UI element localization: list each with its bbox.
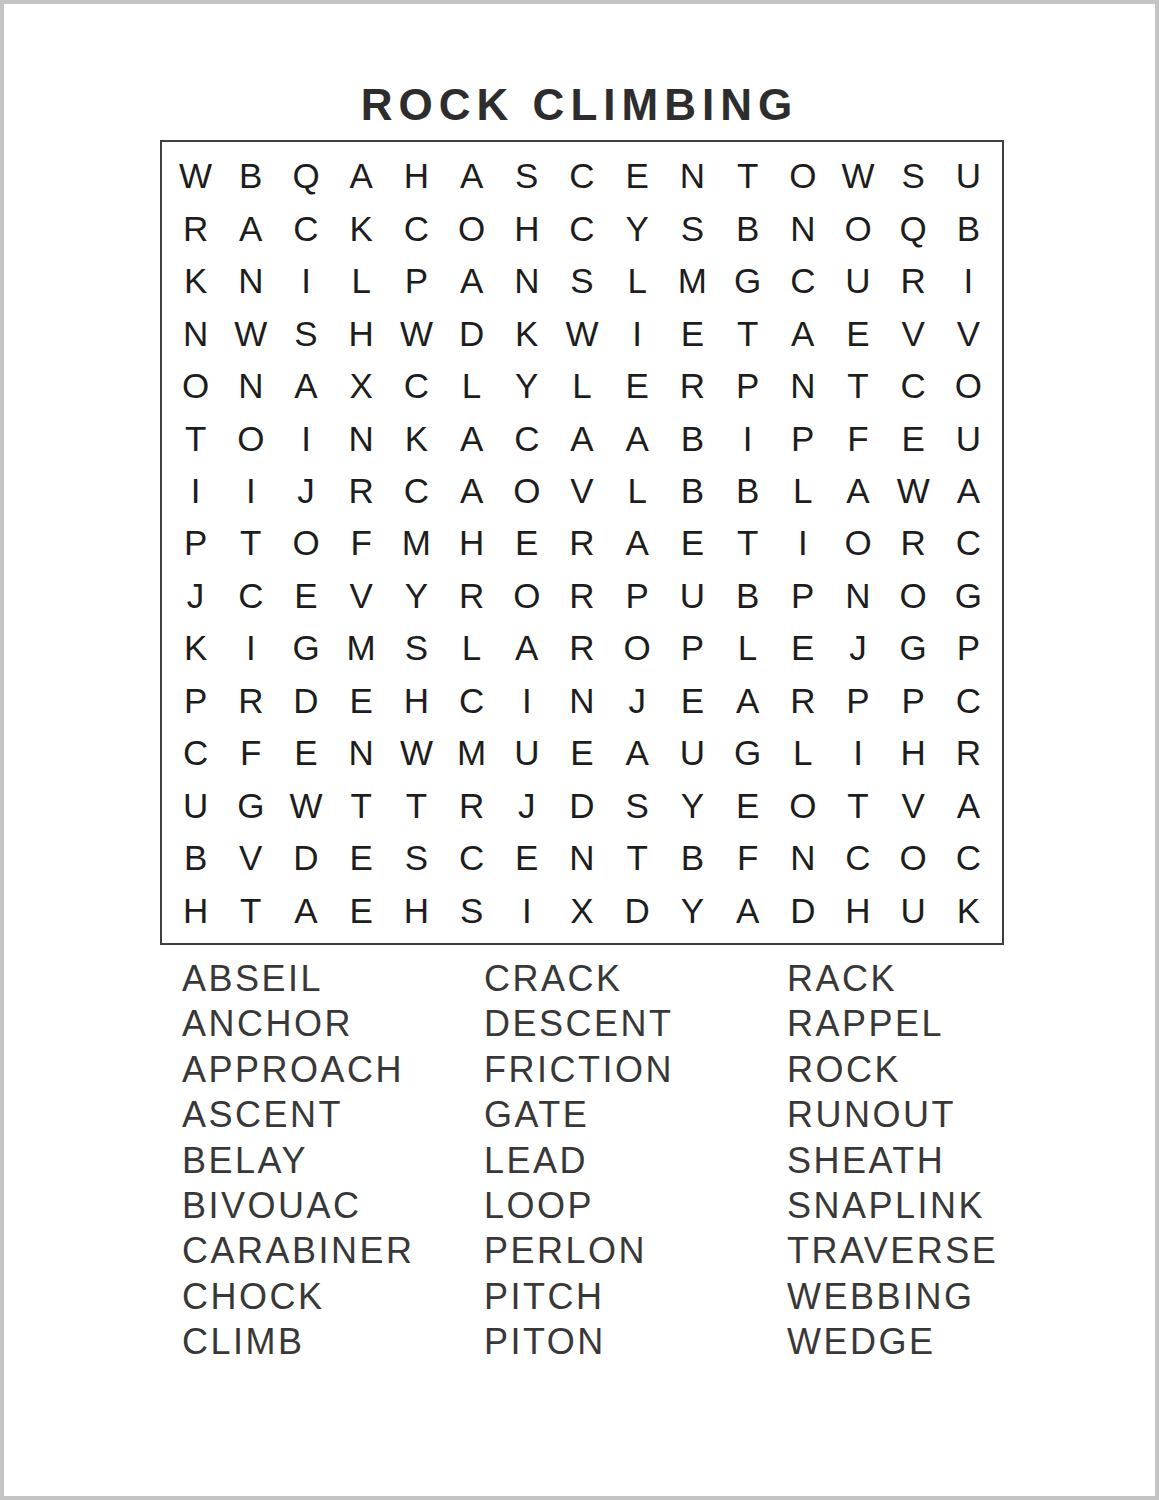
grid-cell-r7c10: B — [665, 465, 720, 517]
grid-cell-r14c6: C — [444, 832, 499, 884]
grid-cell-r9c8: R — [554, 570, 609, 622]
grid-cell-r15c13: H — [830, 885, 885, 937]
grid-cell-r6c5: K — [389, 412, 444, 464]
word-list-item: RACK — [787, 956, 1042, 1001]
grid-cell-r7c4: R — [334, 465, 389, 517]
grid-cell-r5c13: T — [830, 360, 885, 412]
grid-cell-r13c9: S — [610, 780, 665, 832]
grid-cell-r2c11: B — [720, 202, 775, 254]
grid-cell-r7c11: B — [720, 465, 775, 517]
grid-cell-r14c15: C — [941, 832, 996, 884]
grid-cell-r5c8: L — [554, 360, 609, 412]
grid-cell-r3c5: P — [389, 255, 444, 307]
grid-cell-r12c13: I — [830, 727, 885, 779]
grid-cell-r4c10: E — [665, 307, 720, 359]
grid-cell-r3c7: N — [499, 255, 554, 307]
grid-cell-r2c6: O — [444, 202, 499, 254]
grid-cell-r15c7: I — [499, 885, 554, 937]
grid-cell-r11c9: J — [610, 675, 665, 727]
grid-cell-r6c3: I — [278, 412, 333, 464]
grid-cell-r3c3: I — [278, 255, 333, 307]
grid-cell-r4c7: K — [499, 307, 554, 359]
word-list-item: WEBBING — [787, 1274, 1042, 1319]
grid-cell-r2c3: C — [278, 202, 333, 254]
grid-cell-r13c8: D — [554, 780, 609, 832]
word-list-item: ABSEIL — [182, 956, 484, 1001]
grid-cell-r11c6: C — [444, 675, 499, 727]
word-list-item: RAPPEL — [787, 1001, 1042, 1046]
word-list-item: FRICTION — [484, 1047, 787, 1092]
grid-cell-r1c2: B — [223, 150, 278, 202]
grid-cell-r3c14: R — [886, 255, 941, 307]
grid-cell-r11c5: H — [389, 675, 444, 727]
grid-cell-r6c1: T — [168, 412, 223, 464]
grid-cell-r4c4: H — [334, 307, 389, 359]
grid-cell-r11c7: I — [499, 675, 554, 727]
grid-cell-r5c12: N — [775, 360, 830, 412]
grid-cell-r13c6: R — [444, 780, 499, 832]
grid-cell-r6c11: I — [720, 412, 775, 464]
grid-cell-r8c11: T — [720, 517, 775, 569]
grid-cell-r15c5: H — [389, 885, 444, 937]
grid-cell-r14c7: E — [499, 832, 554, 884]
word-list-item: DESCENT — [484, 1001, 787, 1046]
word-list-item: PERLON — [484, 1228, 787, 1273]
grid-cell-r3c1: K — [168, 255, 223, 307]
grid-cell-r15c9: D — [610, 885, 665, 937]
grid-cell-r5c9: E — [610, 360, 665, 412]
grid-cell-r15c8: X — [554, 885, 609, 937]
grid-cell-r5c6: L — [444, 360, 499, 412]
grid-cell-r6c9: A — [610, 412, 665, 464]
grid-cell-r8c14: R — [886, 517, 941, 569]
grid-cell-r9c4: V — [334, 570, 389, 622]
grid-cell-r3c12: C — [775, 255, 830, 307]
grid-cell-r12c8: E — [554, 727, 609, 779]
grid-cell-r8c6: H — [444, 517, 499, 569]
grid-cell-r9c7: O — [499, 570, 554, 622]
grid-cell-r14c13: C — [830, 832, 885, 884]
grid-cell-r3c8: S — [554, 255, 609, 307]
grid-cell-r9c14: O — [886, 570, 941, 622]
grid-cell-r4c12: A — [775, 307, 830, 359]
grid-cell-r5c7: Y — [499, 360, 554, 412]
grid-cell-r9c1: J — [168, 570, 223, 622]
grid-cell-r12c4: N — [334, 727, 389, 779]
grid-cell-r15c12: D — [775, 885, 830, 937]
grid-cell-r4c8: W — [554, 307, 609, 359]
grid-cell-r11c15: C — [941, 675, 996, 727]
grid-cell-r7c8: V — [554, 465, 609, 517]
grid-cell-r2c14: Q — [886, 202, 941, 254]
grid-cell-r9c6: R — [444, 570, 499, 622]
grid-cell-r15c1: H — [168, 885, 223, 937]
grid-cell-r6c2: O — [223, 412, 278, 464]
grid-cell-r12c14: H — [886, 727, 941, 779]
grid-cell-r3c2: N — [223, 255, 278, 307]
word-list-item: BELAY — [182, 1138, 484, 1183]
grid-cell-r2c7: H — [499, 202, 554, 254]
grid-cell-r3c4: L — [334, 255, 389, 307]
grid-cell-r9c2: C — [223, 570, 278, 622]
grid-cell-r11c11: A — [720, 675, 775, 727]
grid-cell-r2c5: C — [389, 202, 444, 254]
grid-cell-r10c7: A — [499, 622, 554, 674]
word-list-item: PITCH — [484, 1274, 787, 1319]
grid-cell-r15c15: K — [941, 885, 996, 937]
word-list-item: CARABINER — [182, 1228, 484, 1273]
grid-cell-r2c15: B — [941, 202, 996, 254]
grid-cell-r6c14: E — [886, 412, 941, 464]
grid-cell-r2c4: K — [334, 202, 389, 254]
grid-cell-r8c9: A — [610, 517, 665, 569]
grid-cell-r12c3: E — [278, 727, 333, 779]
word-list-column-2: CRACKDESCENTFRICTIONGATELEADLOOPPERLONPI… — [484, 956, 787, 1365]
grid-cell-r2c12: N — [775, 202, 830, 254]
grid-cell-r8c3: O — [278, 517, 333, 569]
grid-cell-r10c3: G — [278, 622, 333, 674]
grid-cell-r9c11: B — [720, 570, 775, 622]
grid-cell-r10c9: O — [610, 622, 665, 674]
grid-cell-r8c1: P — [168, 517, 223, 569]
puzzle-title: ROCK CLIMBING — [4, 80, 1155, 130]
grid-cell-r3c15: I — [941, 255, 996, 307]
grid-cell-r11c10: E — [665, 675, 720, 727]
grid-cell-r11c3: D — [278, 675, 333, 727]
word-list-item: GATE — [484, 1092, 787, 1137]
grid-cell-r3c10: M — [665, 255, 720, 307]
grid-cell-r10c6: L — [444, 622, 499, 674]
grid-cell-r10c15: P — [941, 622, 996, 674]
grid-cell-r11c14: P — [886, 675, 941, 727]
grid-cell-r1c5: H — [389, 150, 444, 202]
grid-cell-r12c7: U — [499, 727, 554, 779]
grid-cell-r7c2: I — [223, 465, 278, 517]
grid-cell-r10c1: K — [168, 622, 223, 674]
grid-cell-r2c10: S — [665, 202, 720, 254]
grid-cell-r10c2: I — [223, 622, 278, 674]
grid-cell-r1c13: W — [830, 150, 885, 202]
grid-cell-r15c14: U — [886, 885, 941, 937]
grid-cell-r15c4: E — [334, 885, 389, 937]
grid-cell-r10c13: J — [830, 622, 885, 674]
grid-cell-r8c5: M — [389, 517, 444, 569]
grid-cell-r4c14: V — [886, 307, 941, 359]
grid-cell-r13c11: E — [720, 780, 775, 832]
word-list-item: APPROACH — [182, 1047, 484, 1092]
grid-cell-r4c1: N — [168, 307, 223, 359]
grid-cell-r2c9: Y — [610, 202, 665, 254]
grid-cell-r8c12: I — [775, 517, 830, 569]
grid-cell-r14c4: E — [334, 832, 389, 884]
grid-cell-r10c12: E — [775, 622, 830, 674]
grid-cell-r4c5: W — [389, 307, 444, 359]
grid-cell-r7c1: I — [168, 465, 223, 517]
grid-cell-r13c5: T — [389, 780, 444, 832]
grid-cell-r4c3: S — [278, 307, 333, 359]
grid-cell-r1c6: A — [444, 150, 499, 202]
grid-cell-r14c3: D — [278, 832, 333, 884]
word-list-item: LOOP — [484, 1183, 787, 1228]
grid-cell-r15c11: A — [720, 885, 775, 937]
grid-cell-r12c12: L — [775, 727, 830, 779]
grid-cell-r10c8: R — [554, 622, 609, 674]
grid-cell-r11c8: N — [554, 675, 609, 727]
grid-cell-r2c2: A — [223, 202, 278, 254]
grid-cell-r1c4: A — [334, 150, 389, 202]
grid-cell-r5c3: A — [278, 360, 333, 412]
grid-cell-r3c11: G — [720, 255, 775, 307]
grid-cell-r4c15: V — [941, 307, 996, 359]
grid-cell-r13c13: T — [830, 780, 885, 832]
grid-cell-r1c15: U — [941, 150, 996, 202]
grid-cell-r12c6: M — [444, 727, 499, 779]
word-list-item: LEAD — [484, 1138, 787, 1183]
grid-cell-r12c9: A — [610, 727, 665, 779]
grid-cell-r7c9: L — [610, 465, 665, 517]
grid-cell-r5c1: O — [168, 360, 223, 412]
grid-cell-r14c12: N — [775, 832, 830, 884]
grid-cell-r10c11: L — [720, 622, 775, 674]
grid-cell-r6c15: U — [941, 412, 996, 464]
grid-cell-r6c7: C — [499, 412, 554, 464]
grid-cell-r1c10: N — [665, 150, 720, 202]
grid-cell-r7c13: A — [830, 465, 885, 517]
grid-cell-r2c1: R — [168, 202, 223, 254]
grid-cell-r14c5: S — [389, 832, 444, 884]
grid-cell-r7c6: A — [444, 465, 499, 517]
grid-cell-r4c9: I — [610, 307, 665, 359]
grid-cell-r4c13: E — [830, 307, 885, 359]
grid-cell-r7c12: L — [775, 465, 830, 517]
grid-cell-r7c14: W — [886, 465, 941, 517]
grid-cell-r1c11: T — [720, 150, 775, 202]
grid-cell-r15c2: T — [223, 885, 278, 937]
grid-cell-r10c4: M — [334, 622, 389, 674]
word-search-grid: WBQAHASCENTOWSURACKCOHCYSBNOQBKNILPANSLM… — [160, 140, 1004, 945]
grid-cell-r1c7: S — [499, 150, 554, 202]
grid-cell-r13c3: W — [278, 780, 333, 832]
grid-cell-r13c10: Y — [665, 780, 720, 832]
grid-cell-r12c11: G — [720, 727, 775, 779]
grid-cell-r1c1: W — [168, 150, 223, 202]
grid-cell-r6c6: A — [444, 412, 499, 464]
word-list: ABSEILANCHORAPPROACHASCENTBELAYBIVOUACCA… — [182, 956, 1042, 1365]
grid-cell-r2c13: O — [830, 202, 885, 254]
word-list-item: TRAVERSE — [787, 1228, 1042, 1273]
grid-cell-r3c6: A — [444, 255, 499, 307]
grid-cell-r8c2: T — [223, 517, 278, 569]
grid-cell-r14c8: N — [554, 832, 609, 884]
grid-cell-r5c14: C — [886, 360, 941, 412]
grid-cell-r8c4: F — [334, 517, 389, 569]
word-list-item: CRACK — [484, 956, 787, 1001]
word-list-item: ROCK — [787, 1047, 1042, 1092]
grid-cell-r4c6: D — [444, 307, 499, 359]
word-list-item: SNAPLINK — [787, 1183, 1042, 1228]
grid-cell-r12c1: C — [168, 727, 223, 779]
grid-cell-r14c10: B — [665, 832, 720, 884]
grid-cell-r8c10: E — [665, 517, 720, 569]
grid-cell-r14c11: F — [720, 832, 775, 884]
grid-cell-r14c2: V — [223, 832, 278, 884]
grid-cell-r8c13: O — [830, 517, 885, 569]
grid-cell-r12c10: U — [665, 727, 720, 779]
grid-cell-r6c8: A — [554, 412, 609, 464]
grid-cell-r8c8: R — [554, 517, 609, 569]
word-list-item: BIVOUAC — [182, 1183, 484, 1228]
grid-cell-r1c12: O — [775, 150, 830, 202]
word-list-item: ANCHOR — [182, 1001, 484, 1046]
grid-cell-r9c12: P — [775, 570, 830, 622]
word-list-item: RUNOUT — [787, 1092, 1042, 1137]
grid-cell-r3c9: L — [610, 255, 665, 307]
grid-cell-r10c5: S — [389, 622, 444, 674]
grid-cell-r5c11: P — [720, 360, 775, 412]
grid-cell-r14c1: B — [168, 832, 223, 884]
grid-cell-r4c11: T — [720, 307, 775, 359]
puzzle-page: ROCK CLIMBING WBQAHASCENTOWSURACKCOHCYSB… — [0, 0, 1159, 1500]
grid-cell-r7c7: O — [499, 465, 554, 517]
grid-cell-r9c9: P — [610, 570, 665, 622]
grid-cell-r3c13: U — [830, 255, 885, 307]
grid-cell-r15c6: S — [444, 885, 499, 937]
grid-cell-r5c4: X — [334, 360, 389, 412]
grid-cell-r13c4: T — [334, 780, 389, 832]
word-list-column-3: RACKRAPPELROCKRUNOUTSHEATHSNAPLINKTRAVER… — [787, 956, 1042, 1365]
grid-cell-r1c3: Q — [278, 150, 333, 202]
grid-cell-r12c2: F — [223, 727, 278, 779]
grid-cell-r9c15: G — [941, 570, 996, 622]
grid-cell-r13c12: O — [775, 780, 830, 832]
word-list-item: CLIMB — [182, 1319, 484, 1364]
grid-cell-r15c3: A — [278, 885, 333, 937]
grid-cell-r7c3: J — [278, 465, 333, 517]
grid-cell-r12c5: W — [389, 727, 444, 779]
grid-cell-r11c2: R — [223, 675, 278, 727]
grid-cell-r14c14: O — [886, 832, 941, 884]
grid-cell-r9c13: N — [830, 570, 885, 622]
word-list-item: ASCENT — [182, 1092, 484, 1137]
grid-cell-r11c1: P — [168, 675, 223, 727]
word-list-item: WEDGE — [787, 1319, 1042, 1364]
grid-cell-r7c15: A — [941, 465, 996, 517]
grid-cell-r7c5: C — [389, 465, 444, 517]
grid-cell-r8c7: E — [499, 517, 554, 569]
grid-cell-r11c4: E — [334, 675, 389, 727]
word-list-item: SHEATH — [787, 1138, 1042, 1183]
grid-cell-r14c9: T — [610, 832, 665, 884]
grid-cell-r13c1: U — [168, 780, 223, 832]
grid-cell-r6c13: F — [830, 412, 885, 464]
word-list-item: PITON — [484, 1319, 787, 1364]
grid-cell-r11c13: P — [830, 675, 885, 727]
grid-cell-r13c14: V — [886, 780, 941, 832]
grid-cell-r8c15: C — [941, 517, 996, 569]
grid-cell-r9c10: U — [665, 570, 720, 622]
word-list-column-1: ABSEILANCHORAPPROACHASCENTBELAYBIVOUACCA… — [182, 956, 484, 1365]
grid-cell-r5c15: O — [941, 360, 996, 412]
grid-cell-r11c12: R — [775, 675, 830, 727]
grid-cell-r13c2: G — [223, 780, 278, 832]
grid-cell-r1c14: S — [886, 150, 941, 202]
grid-cell-r1c8: C — [554, 150, 609, 202]
grid-cell-r2c8: C — [554, 202, 609, 254]
grid-cell-r10c10: P — [665, 622, 720, 674]
grid-cell-r5c2: N — [223, 360, 278, 412]
grid-cell-r5c5: C — [389, 360, 444, 412]
grid-cell-r6c12: P — [775, 412, 830, 464]
grid-cell-r9c3: E — [278, 570, 333, 622]
grid-cell-r1c9: E — [610, 150, 665, 202]
grid-cell-r9c5: Y — [389, 570, 444, 622]
grid-cell-r4c2: W — [223, 307, 278, 359]
grid-cell-r6c10: B — [665, 412, 720, 464]
grid-cell-r6c4: N — [334, 412, 389, 464]
grid-cell-r13c7: J — [499, 780, 554, 832]
grid-cell-r5c10: R — [665, 360, 720, 412]
grid-cell-r10c14: G — [886, 622, 941, 674]
grid-cell-r15c10: Y — [665, 885, 720, 937]
grid-cell-r12c15: R — [941, 727, 996, 779]
grid-cell-r13c15: A — [941, 780, 996, 832]
word-list-item: CHOCK — [182, 1274, 484, 1319]
